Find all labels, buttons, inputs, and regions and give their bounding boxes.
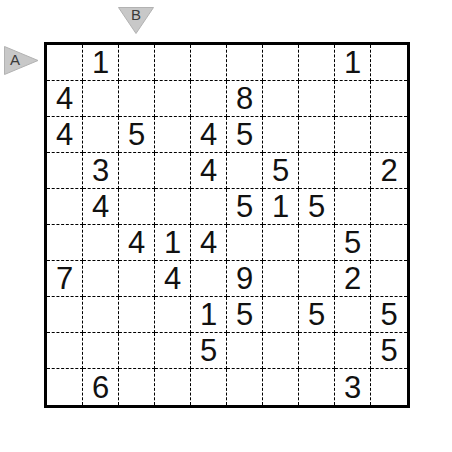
cell-r5c9[interactable] (335, 189, 371, 225)
puzzle-grid: 11484545345245154145749215555563 (44, 42, 410, 408)
cell-r5c3[interactable] (119, 189, 155, 225)
cell-r3c4[interactable] (155, 117, 191, 153)
cell-r1c1[interactable] (47, 45, 83, 81)
cell-r5c7[interactable]: 1 (263, 189, 299, 225)
cell-r9c7[interactable] (263, 333, 299, 369)
cell-r5c4[interactable] (155, 189, 191, 225)
cell-r4c6[interactable] (227, 153, 263, 189)
cell-r3c8[interactable] (299, 117, 335, 153)
cell-r5c10[interactable] (371, 189, 407, 225)
cell-r8c10[interactable]: 5 (371, 297, 407, 333)
answer-marker-a: A (4, 46, 39, 75)
cell-r4c4[interactable] (155, 153, 191, 189)
cell-r9c6[interactable] (227, 333, 263, 369)
cell-r2c7[interactable] (263, 81, 299, 117)
cell-r3c5[interactable]: 4 (191, 117, 227, 153)
cell-r6c8[interactable] (299, 225, 335, 261)
cell-r5c8[interactable]: 5 (299, 189, 335, 225)
cell-r2c8[interactable] (299, 81, 335, 117)
cell-r2c5[interactable] (191, 81, 227, 117)
cell-r10c8[interactable] (299, 369, 335, 405)
cell-r7c2[interactable] (83, 261, 119, 297)
cell-r1c7[interactable] (263, 45, 299, 81)
cell-r2c10[interactable] (371, 81, 407, 117)
cell-r8c3[interactable] (119, 297, 155, 333)
cell-r8c6[interactable]: 5 (227, 297, 263, 333)
cell-r9c10[interactable]: 5 (371, 333, 407, 369)
cell-r5c2[interactable]: 4 (83, 189, 119, 225)
cell-r7c1[interactable]: 7 (47, 261, 83, 297)
cell-r10c7[interactable] (263, 369, 299, 405)
cell-r9c9[interactable] (335, 333, 371, 369)
cell-r4c8[interactable] (299, 153, 335, 189)
cell-r7c4[interactable]: 4 (155, 261, 191, 297)
cell-r7c7[interactable] (263, 261, 299, 297)
cell-r9c2[interactable] (83, 333, 119, 369)
cell-r10c3[interactable] (119, 369, 155, 405)
cell-r3c1[interactable]: 4 (47, 117, 83, 153)
cell-r7c8[interactable] (299, 261, 335, 297)
cell-r3c9[interactable] (335, 117, 371, 153)
cell-r3c3[interactable]: 5 (119, 117, 155, 153)
cell-r8c8[interactable]: 5 (299, 297, 335, 333)
cell-r6c3[interactable]: 4 (119, 225, 155, 261)
cell-r10c6[interactable] (227, 369, 263, 405)
cell-r10c1[interactable] (47, 369, 83, 405)
cell-r8c2[interactable] (83, 297, 119, 333)
cell-r5c1[interactable] (47, 189, 83, 225)
cell-r9c1[interactable] (47, 333, 83, 369)
cell-r4c9[interactable] (335, 153, 371, 189)
cell-r6c6[interactable] (227, 225, 263, 261)
cell-r2c3[interactable] (119, 81, 155, 117)
cell-r2c4[interactable] (155, 81, 191, 117)
cell-r2c2[interactable] (83, 81, 119, 117)
cell-r8c5[interactable]: 1 (191, 297, 227, 333)
cell-r1c3[interactable] (119, 45, 155, 81)
cell-r1c6[interactable] (227, 45, 263, 81)
cell-r9c5[interactable]: 5 (191, 333, 227, 369)
cell-r7c6[interactable]: 9 (227, 261, 263, 297)
cell-r1c2[interactable]: 1 (83, 45, 119, 81)
cell-r8c1[interactable] (47, 297, 83, 333)
cell-r10c5[interactable] (191, 369, 227, 405)
cell-r2c9[interactable] (335, 81, 371, 117)
cell-r4c10[interactable]: 2 (371, 153, 407, 189)
cell-r1c10[interactable] (371, 45, 407, 81)
cell-r9c8[interactable] (299, 333, 335, 369)
cell-r6c10[interactable] (371, 225, 407, 261)
cell-r2c6[interactable]: 8 (227, 81, 263, 117)
cell-r9c3[interactable] (119, 333, 155, 369)
cell-r7c10[interactable] (371, 261, 407, 297)
cell-r6c9[interactable]: 5 (335, 225, 371, 261)
cell-r7c9[interactable]: 2 (335, 261, 371, 297)
cell-r6c1[interactable] (47, 225, 83, 261)
cell-r7c5[interactable] (191, 261, 227, 297)
cell-r1c5[interactable] (191, 45, 227, 81)
marker-b-label: B (131, 7, 141, 22)
cell-r3c2[interactable] (83, 117, 119, 153)
cell-r2c1[interactable]: 4 (47, 81, 83, 117)
cell-r5c6[interactable]: 5 (227, 189, 263, 225)
cell-r9c4[interactable] (155, 333, 191, 369)
cell-r8c9[interactable] (335, 297, 371, 333)
answer-marker-b: B (118, 7, 154, 34)
cell-r8c4[interactable] (155, 297, 191, 333)
cell-r1c8[interactable] (299, 45, 335, 81)
puzzle-page: { "game": "fillomino", "puzzle": { "type… (0, 0, 452, 452)
cell-r6c2[interactable] (83, 225, 119, 261)
cell-r4c5[interactable]: 4 (191, 153, 227, 189)
cell-r8c7[interactable] (263, 297, 299, 333)
cell-r6c5[interactable]: 4 (191, 225, 227, 261)
cell-r3c7[interactable] (263, 117, 299, 153)
cell-r4c7[interactable]: 5 (263, 153, 299, 189)
cell-r3c10[interactable] (371, 117, 407, 153)
cell-r10c10[interactable] (371, 369, 407, 405)
cell-r4c3[interactable] (119, 153, 155, 189)
cell-r10c2[interactable]: 6 (83, 369, 119, 405)
cell-r7c3[interactable] (119, 261, 155, 297)
cell-r5c5[interactable] (191, 189, 227, 225)
cell-r1c4[interactable] (155, 45, 191, 81)
cell-r10c4[interactable] (155, 369, 191, 405)
cell-r1c9[interactable]: 1 (335, 45, 371, 81)
cell-r6c4[interactable]: 1 (155, 225, 191, 261)
cell-r4c2[interactable]: 3 (83, 153, 119, 189)
marker-a-label: A (10, 52, 20, 67)
cell-r4c1[interactable] (47, 153, 83, 189)
cell-r10c9[interactable]: 3 (335, 369, 371, 405)
cell-r6c7[interactable] (263, 225, 299, 261)
cell-r3c6[interactable]: 5 (227, 117, 263, 153)
